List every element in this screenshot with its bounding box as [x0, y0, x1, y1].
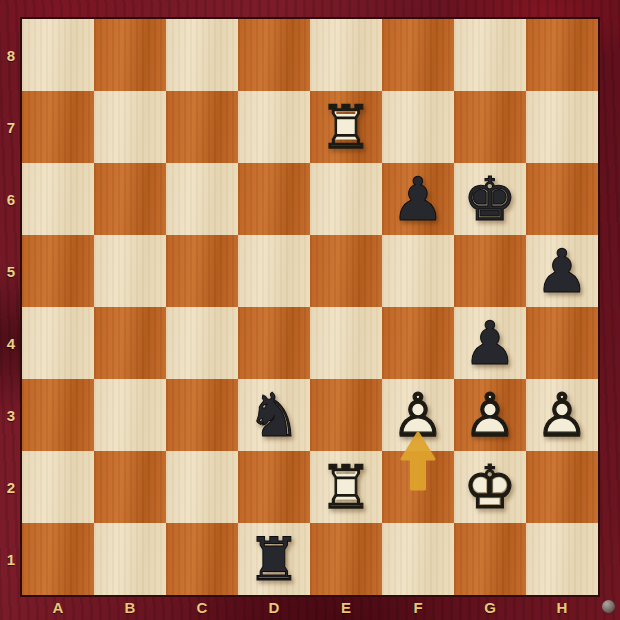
square-e7[interactable]: ♜♖	[310, 91, 382, 163]
square-h4[interactable]	[526, 307, 598, 379]
piece-black-pawn-f6[interactable]: ♟	[382, 163, 454, 235]
file-label-g: G	[454, 595, 526, 620]
square-h3[interactable]: ♟♙	[526, 379, 598, 451]
square-c8[interactable]	[166, 19, 238, 91]
square-b8[interactable]	[94, 19, 166, 91]
rank-label-4: 4	[0, 307, 22, 379]
rank-label-8: 8	[0, 19, 22, 91]
square-f2[interactable]	[382, 451, 454, 523]
piece-glyph-fill: ♟	[526, 235, 598, 307]
piece-black-rook-d1[interactable]: ♜	[238, 523, 310, 595]
rank-label-1: 1	[0, 523, 22, 595]
square-b2[interactable]	[94, 451, 166, 523]
square-a1[interactable]	[22, 523, 94, 595]
square-e5[interactable]	[310, 235, 382, 307]
square-b6[interactable]	[94, 163, 166, 235]
square-a7[interactable]	[22, 91, 94, 163]
piece-black-knight-d3[interactable]: ♞	[238, 379, 310, 451]
square-d7[interactable]	[238, 91, 310, 163]
file-label-c: C	[166, 595, 238, 620]
square-g5[interactable]	[454, 235, 526, 307]
square-c2[interactable]	[166, 451, 238, 523]
square-c7[interactable]	[166, 91, 238, 163]
square-g3[interactable]: ♟♙	[454, 379, 526, 451]
square-f3[interactable]: ♟♙	[382, 379, 454, 451]
piece-white-pawn-f3[interactable]: ♟♙	[382, 379, 454, 451]
square-d1[interactable]: ♜	[238, 523, 310, 595]
piece-glyph-outline: ♖	[310, 91, 382, 163]
square-g6[interactable]: ♚	[454, 163, 526, 235]
square-c6[interactable]	[166, 163, 238, 235]
square-f1[interactable]	[382, 523, 454, 595]
square-h7[interactable]	[526, 91, 598, 163]
piece-black-pawn-g4[interactable]: ♟	[454, 307, 526, 379]
square-b4[interactable]	[94, 307, 166, 379]
square-e8[interactable]	[310, 19, 382, 91]
square-g1[interactable]	[454, 523, 526, 595]
piece-glyph-outline: ♖	[310, 451, 382, 523]
chess-board: ♜♖♟♚♟♟♞♟♙♟♙♟♙♜♖♚♔♜	[22, 19, 598, 595]
square-b1[interactable]	[94, 523, 166, 595]
square-d6[interactable]	[238, 163, 310, 235]
square-g7[interactable]	[454, 91, 526, 163]
square-g4[interactable]: ♟	[454, 307, 526, 379]
square-f4[interactable]	[382, 307, 454, 379]
square-a5[interactable]	[22, 235, 94, 307]
piece-white-pawn-g3[interactable]: ♟♙	[454, 379, 526, 451]
square-c5[interactable]	[166, 235, 238, 307]
square-e4[interactable]	[310, 307, 382, 379]
piece-black-king-g6[interactable]: ♚	[454, 163, 526, 235]
rank-label-6: 6	[0, 163, 22, 235]
piece-white-king-g2[interactable]: ♚♔	[454, 451, 526, 523]
square-b7[interactable]	[94, 91, 166, 163]
piece-white-rook-e2[interactable]: ♜♖	[310, 451, 382, 523]
square-f5[interactable]	[382, 235, 454, 307]
piece-white-pawn-h3[interactable]: ♟♙	[526, 379, 598, 451]
square-a4[interactable]	[22, 307, 94, 379]
square-a3[interactable]	[22, 379, 94, 451]
piece-glyph-outline: ♙	[454, 379, 526, 451]
square-e2[interactable]: ♜♖	[310, 451, 382, 523]
square-f7[interactable]	[382, 91, 454, 163]
rank-label-2: 2	[0, 451, 22, 523]
piece-glyph-fill: ♟	[382, 163, 454, 235]
square-c1[interactable]	[166, 523, 238, 595]
square-d4[interactable]	[238, 307, 310, 379]
piece-glyph-fill: ♚	[454, 163, 526, 235]
piece-glyph-fill: ♟	[454, 307, 526, 379]
file-label-f: F	[382, 595, 454, 620]
piece-glyph-outline: ♔	[454, 451, 526, 523]
square-d5[interactable]	[238, 235, 310, 307]
frame-pin	[602, 600, 615, 613]
square-d2[interactable]	[238, 451, 310, 523]
piece-glyph-outline: ♙	[526, 379, 598, 451]
square-h5[interactable]: ♟	[526, 235, 598, 307]
square-d3[interactable]: ♞	[238, 379, 310, 451]
square-b3[interactable]	[94, 379, 166, 451]
square-h1[interactable]	[526, 523, 598, 595]
square-e1[interactable]	[310, 523, 382, 595]
file-label-e: E	[310, 595, 382, 620]
piece-glyph-fill: ♞	[238, 379, 310, 451]
piece-glyph-outline: ♙	[382, 379, 454, 451]
rank-label-3: 3	[0, 379, 22, 451]
square-e6[interactable]	[310, 163, 382, 235]
square-g8[interactable]	[454, 19, 526, 91]
square-a8[interactable]	[22, 19, 94, 91]
file-label-h: H	[526, 595, 598, 620]
square-h2[interactable]	[526, 451, 598, 523]
square-g2[interactable]: ♚♔	[454, 451, 526, 523]
square-e3[interactable]	[310, 379, 382, 451]
file-label-b: B	[94, 595, 166, 620]
square-b5[interactable]	[94, 235, 166, 307]
rank-label-7: 7	[0, 91, 22, 163]
square-h6[interactable]	[526, 163, 598, 235]
file-label-a: A	[22, 595, 94, 620]
square-c3[interactable]	[166, 379, 238, 451]
piece-white-rook-e7[interactable]: ♜♖	[310, 91, 382, 163]
square-a2[interactable]	[22, 451, 94, 523]
square-a6[interactable]	[22, 163, 94, 235]
board-frame: ♜♖♟♚♟♟♞♟♙♟♙♟♙♜♖♚♔♜ 87654321ABCDEFGH	[0, 0, 620, 620]
square-c4[interactable]	[166, 307, 238, 379]
piece-glyph-fill: ♜	[238, 523, 310, 595]
rank-label-5: 5	[0, 235, 22, 307]
file-label-d: D	[238, 595, 310, 620]
piece-black-pawn-h5[interactable]: ♟	[526, 235, 598, 307]
square-f6[interactable]: ♟	[382, 163, 454, 235]
square-f8[interactable]	[382, 19, 454, 91]
square-d8[interactable]	[238, 19, 310, 91]
square-h8[interactable]	[526, 19, 598, 91]
